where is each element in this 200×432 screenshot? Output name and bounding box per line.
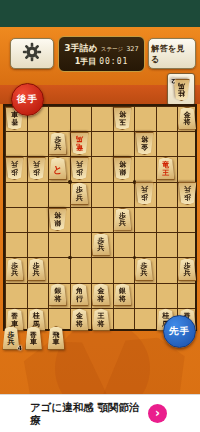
settings-button[interactable] — [10, 38, 54, 69]
timer-value: 00:01 — [99, 57, 128, 66]
piece-41-gote-king[interactable]: 玉将 — [113, 107, 132, 130]
piece-87-sente-pawn[interactable]: 歩兵 — [27, 258, 46, 281]
gear-icon — [21, 41, 43, 67]
piece-78-sente-silver[interactable]: 銀将 — [48, 283, 67, 306]
show-answer-label: 解答を見る — [151, 43, 193, 65]
piece-45-sente-pawn[interactable]: 歩兵 — [113, 208, 132, 231]
stage-info-panel: 3手詰め ステージ 327 1手目 00:01 — [58, 36, 145, 72]
sente-badge-label: 先手 — [169, 325, 190, 338]
piece-37-sente-pawn[interactable]: 歩兵 — [135, 258, 154, 281]
star-point — [68, 256, 72, 260]
piece-69-sente-gold[interactable]: 金将 — [70, 308, 89, 331]
piece-48-sente-silver[interactable]: 銀将 — [113, 283, 132, 306]
app-screen: 3手詰め ステージ 327 1手目 00:01 解答を見る 桂馬2 香車玉将金将… — [0, 0, 200, 432]
piece-93-gote-pawn[interactable]: 歩兵 — [5, 157, 24, 180]
piece-32-gote-gold[interactable]: 金将 — [135, 132, 154, 155]
gote-player-badge: 後手 — [11, 83, 44, 116]
piece-hand-sente-rook[interactable]: 飛車 — [47, 326, 65, 350]
piece-11-sente-gold[interactable]: 金将 — [178, 107, 197, 130]
piece-34-gote-pawn[interactable]: 歩兵 — [135, 182, 154, 205]
show-answer-button[interactable]: 解答を見る — [148, 38, 196, 69]
piece-58-sente-gold[interactable]: 金将 — [92, 283, 111, 306]
piece-count: 2 — [171, 78, 175, 85]
puzzle-type-label: 3手詰め — [64, 42, 97, 55]
piece-hand-sente-pawn[interactable]: 歩兵4 — [2, 326, 20, 350]
piece-count: 4 — [18, 344, 22, 351]
status-bar — [0, 0, 200, 27]
gote-badge-label: 後手 — [17, 93, 38, 106]
piece-43-gote-silver[interactable]: 銀将 — [113, 157, 132, 180]
piece-59-sente-king[interactable]: 王将 — [92, 308, 111, 331]
piece-hand-gote-knight[interactable]: 桂馬2 — [173, 79, 190, 101]
piece-75-gote-silver[interactable]: 銀将 — [48, 208, 67, 231]
ad-banner[interactable]: アゴに違和感 顎関節治療 › — [0, 394, 200, 432]
sente-player-badge: 先手 — [163, 315, 196, 348]
piece-17-sente-pawn[interactable]: 歩兵 — [178, 258, 197, 281]
piece-73-sente-tokin[interactable]: と — [48, 157, 67, 180]
piece-97-sente-pawn[interactable]: 歩兵 — [5, 258, 24, 281]
piece-72-sente-pawn[interactable]: 歩兵 — [48, 132, 67, 155]
piece-hand-sente-lance[interactable]: 香車 — [25, 326, 43, 350]
shogi-board[interactable]: 香車玉将金将歩兵竜馬金将歩兵歩兵と歩兵銀将竜王歩兵歩兵歩兵銀将歩兵歩兵歩兵歩兵歩… — [3, 104, 197, 331]
sente-captured-tray[interactable]: 歩兵4香車飛車 — [2, 326, 65, 350]
piece-63-gote-pawn[interactable]: 歩兵 — [70, 157, 89, 180]
piece-14-gote-pawn[interactable]: 歩兵 — [178, 182, 197, 205]
piece-64-sente-pawn[interactable]: 歩兵 — [70, 182, 89, 205]
piece-23-sente-promoted-rook[interactable]: 竜王 — [156, 157, 175, 180]
piece-56-sente-pawn[interactable]: 歩兵 — [92, 233, 111, 256]
piece-68-sente-bishop[interactable]: 角行 — [70, 283, 89, 306]
piece-62-gote-promoted-bishop[interactable]: 竜馬 — [70, 132, 89, 155]
stage-label: ステージ — [101, 46, 123, 53]
stage-number: 327 — [126, 45, 138, 53]
ad-chevron-icon[interactable]: › — [148, 404, 167, 423]
move-counter: 1手目 — [75, 56, 97, 67]
piece-83-gote-pawn[interactable]: 歩兵 — [27, 157, 46, 180]
gote-captured-tray[interactable]: 桂馬2 — [167, 73, 195, 106]
ad-text: アゴに違和感 顎関節治療 — [30, 401, 144, 427]
